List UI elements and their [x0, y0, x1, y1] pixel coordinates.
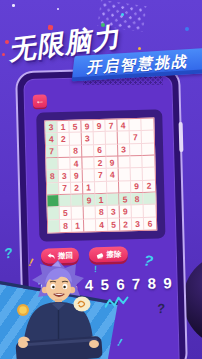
- sudoku-cell[interactable]: 3: [45, 121, 57, 134]
- sudoku-cell[interactable]: 3: [118, 144, 130, 157]
- sudoku-cell[interactable]: [84, 206, 96, 219]
- sudoku-cell[interactable]: 4: [70, 157, 82, 170]
- sudoku-cell[interactable]: 1: [83, 182, 95, 195]
- sudoku-cell[interactable]: [82, 157, 94, 170]
- sudoku-cell[interactable]: 3: [108, 206, 120, 219]
- sudoku-cell[interactable]: 3: [132, 218, 144, 231]
- sudoku-cell[interactable]: [72, 207, 84, 220]
- sudoku-cell[interactable]: 8: [60, 219, 72, 232]
- sudoku-cell[interactable]: 4: [107, 169, 119, 182]
- question-mark-decoration: ?: [156, 302, 166, 316]
- sudoku-cell[interactable]: [118, 156, 130, 169]
- sudoku-cell[interactable]: 4: [96, 218, 108, 231]
- sudoku-cell[interactable]: 5: [69, 120, 81, 133]
- sudoku-cell[interactable]: [130, 144, 142, 157]
- sudoku-cell[interactable]: 4: [117, 119, 129, 132]
- sudoku-cell[interactable]: 7: [95, 169, 107, 182]
- sudoku-cell[interactable]: [58, 158, 70, 171]
- sudoku-cell[interactable]: 8: [131, 193, 143, 206]
- sudoku-cell[interactable]: 5: [108, 218, 120, 231]
- ribbon-text: 开启智慧挑战: [73, 51, 202, 78]
- sudoku-cell[interactable]: 9: [131, 181, 143, 194]
- sudoku-cell[interactable]: [130, 156, 142, 169]
- sudoku-cell[interactable]: [94, 132, 106, 145]
- sudoku-cell[interactable]: [132, 205, 144, 218]
- sudoku-cell[interactable]: [106, 144, 118, 157]
- sudoku-cell[interactable]: [47, 195, 59, 208]
- decor-dot: [121, 13, 124, 16]
- sudoku-cell[interactable]: 6: [94, 145, 106, 158]
- sudoku-cell[interactable]: [82, 145, 94, 158]
- sudoku-cell[interactable]: 8: [70, 145, 82, 158]
- sudoku-cell[interactable]: [106, 132, 118, 145]
- sudoku-cell[interactable]: 1: [95, 194, 107, 207]
- sudoku-cell[interactable]: [83, 169, 95, 182]
- sudoku-board-frame: 3159974423778634298397472192915858398145…: [36, 109, 165, 241]
- sudoku-cell[interactable]: 7: [46, 146, 58, 159]
- sudoku-cell[interactable]: 1: [57, 121, 69, 134]
- sudoku-cell[interactable]: 9: [93, 120, 105, 133]
- sudoku-cell[interactable]: [143, 193, 155, 206]
- sudoku-cell[interactable]: [59, 195, 71, 208]
- sudoku-cell[interactable]: 9: [71, 170, 83, 183]
- sudoku-cell[interactable]: [119, 181, 131, 194]
- sudoku-cell[interactable]: 2: [143, 180, 155, 193]
- sudoku-cell[interactable]: 6: [144, 217, 156, 230]
- sudoku-cell[interactable]: [48, 207, 60, 220]
- sudoku-cell[interactable]: [84, 219, 96, 232]
- decor-dot: [5, 40, 9, 44]
- promo-screenshot: 无限脑力 开启智慧挑战 ← 31599744237786342983974721…: [0, 0, 202, 359]
- decor-dot: [12, 4, 15, 7]
- sudoku-cell[interactable]: 7: [130, 131, 142, 144]
- sudoku-cell[interactable]: [70, 133, 82, 146]
- sudoku-cell[interactable]: 7: [105, 120, 117, 133]
- sudoku-cell[interactable]: 1: [72, 219, 84, 232]
- sudoku-cell[interactable]: 2: [94, 157, 106, 170]
- sudoku-cell[interactable]: [129, 119, 141, 132]
- sudoku-cell[interactable]: 3: [59, 170, 71, 183]
- back-button[interactable]: ←: [33, 94, 47, 107]
- dark-sphere-decoration: [183, 253, 202, 347]
- sudoku-cell[interactable]: 2: [58, 133, 70, 146]
- sudoku-cell[interactable]: 9: [81, 120, 93, 133]
- sudoku-cell[interactable]: 5: [119, 193, 131, 206]
- sudoku-cell[interactable]: [141, 119, 153, 132]
- sudoku-cell[interactable]: [46, 158, 58, 171]
- sudoku-cell[interactable]: [142, 143, 154, 156]
- decor-dot: [185, 27, 189, 31]
- sudoku-cell[interactable]: 8: [47, 170, 59, 183]
- decor-square: [48, 25, 54, 31]
- sudoku-cell[interactable]: [48, 220, 60, 233]
- sudoku-cell[interactable]: 9: [83, 194, 95, 207]
- sudoku-cell[interactable]: [119, 169, 131, 182]
- sudoku-cell[interactable]: 4: [46, 133, 58, 146]
- numpad-digit[interactable]: 7: [129, 274, 143, 291]
- sudoku-cell[interactable]: [143, 168, 155, 181]
- decor-dot: [101, 23, 105, 27]
- back-arrow-icon: ←: [35, 96, 44, 105]
- sudoku-grid: 3159974423778634298397472192915858398145…: [44, 118, 157, 234]
- question-mark-decoration: ?: [3, 245, 14, 260]
- sudoku-cell[interactable]: [107, 194, 119, 207]
- phone-side-button: [179, 122, 184, 152]
- decor-dot: [2, 53, 5, 56]
- sudoku-cell[interactable]: 5: [60, 207, 72, 220]
- decor-dot: [138, 47, 141, 50]
- sudoku-cell[interactable]: 2: [120, 218, 132, 231]
- sudoku-cell[interactable]: [144, 205, 156, 218]
- numpad-digit[interactable]: 8: [145, 274, 159, 291]
- sudoku-cell[interactable]: 9: [106, 157, 118, 170]
- sudoku-cell[interactable]: [131, 168, 143, 181]
- sudoku-cell[interactable]: [95, 181, 107, 194]
- sudoku-cell[interactable]: [142, 131, 154, 144]
- sudoku-cell[interactable]: [107, 181, 119, 194]
- sudoku-cell[interactable]: 9: [120, 206, 132, 219]
- decor-dot: [57, 8, 59, 10]
- sudoku-cell[interactable]: 8: [96, 206, 108, 219]
- sudoku-cell[interactable]: [142, 156, 154, 169]
- sudoku-cell[interactable]: [71, 194, 83, 207]
- sudoku-cell[interactable]: 7: [59, 182, 71, 195]
- sudoku-cell[interactable]: [58, 145, 70, 158]
- sudoku-cell[interactable]: 2: [71, 182, 83, 195]
- boy-character-illustration: [8, 252, 116, 359]
- sudoku-cell[interactable]: [47, 183, 59, 196]
- numpad-digit[interactable]: 9: [160, 274, 174, 291]
- sudoku-cell[interactable]: [118, 132, 130, 145]
- sudoku-cell[interactable]: 3: [82, 133, 94, 146]
